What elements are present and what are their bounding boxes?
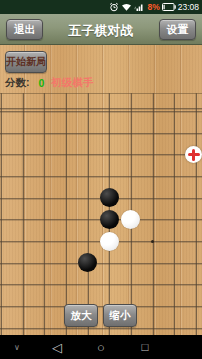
recents-icon[interactable]: □ [137, 335, 153, 359]
app-screen: 8% 23:08 退出 五子棋对战 设置 开始新局 分数: 0 初级棋手 放大 … [0, 0, 202, 359]
android-nav-bar: ∨ ◁ ○ □ [0, 335, 202, 359]
back-icon[interactable]: ◁ [49, 335, 65, 359]
title-bar: 退出 五子棋对战 设置 [0, 14, 202, 45]
zoom-out-button[interactable]: 缩小 [103, 304, 137, 327]
gomoku-board[interactable] [0, 93, 202, 335]
new-game-button[interactable]: 开始新局 [5, 51, 47, 73]
score-value: 0 [39, 77, 45, 89]
zoom-in-button[interactable]: 放大 [64, 304, 98, 327]
stone-black[interactable] [78, 253, 97, 272]
score-row: 分数: 0 初级棋手 [5, 76, 93, 89]
stone-black[interactable] [100, 188, 119, 207]
score-label: 分数: [5, 76, 30, 90]
stone-black[interactable] [100, 210, 119, 229]
hide-navbar-icon[interactable]: ∨ [10, 335, 24, 359]
home-icon[interactable]: ○ [93, 335, 109, 359]
status-time: 23:08 [178, 0, 199, 14]
stone-white[interactable] [121, 210, 140, 229]
marker-cross-vertical [192, 149, 195, 161]
battery-percent: 8% [147, 2, 159, 12]
signal-icon [134, 2, 145, 12]
alarm-icon [109, 2, 119, 12]
battery-icon [162, 3, 176, 11]
star-point [151, 240, 154, 243]
cursor-cross-marker [185, 146, 202, 163]
rank-badge: 初级棋手 [51, 76, 93, 90]
wifi-icon [121, 2, 132, 12]
settings-button[interactable]: 设置 [159, 19, 196, 40]
android-status-bar: 8% 23:08 [0, 0, 202, 14]
stone-white[interactable] [100, 232, 119, 251]
